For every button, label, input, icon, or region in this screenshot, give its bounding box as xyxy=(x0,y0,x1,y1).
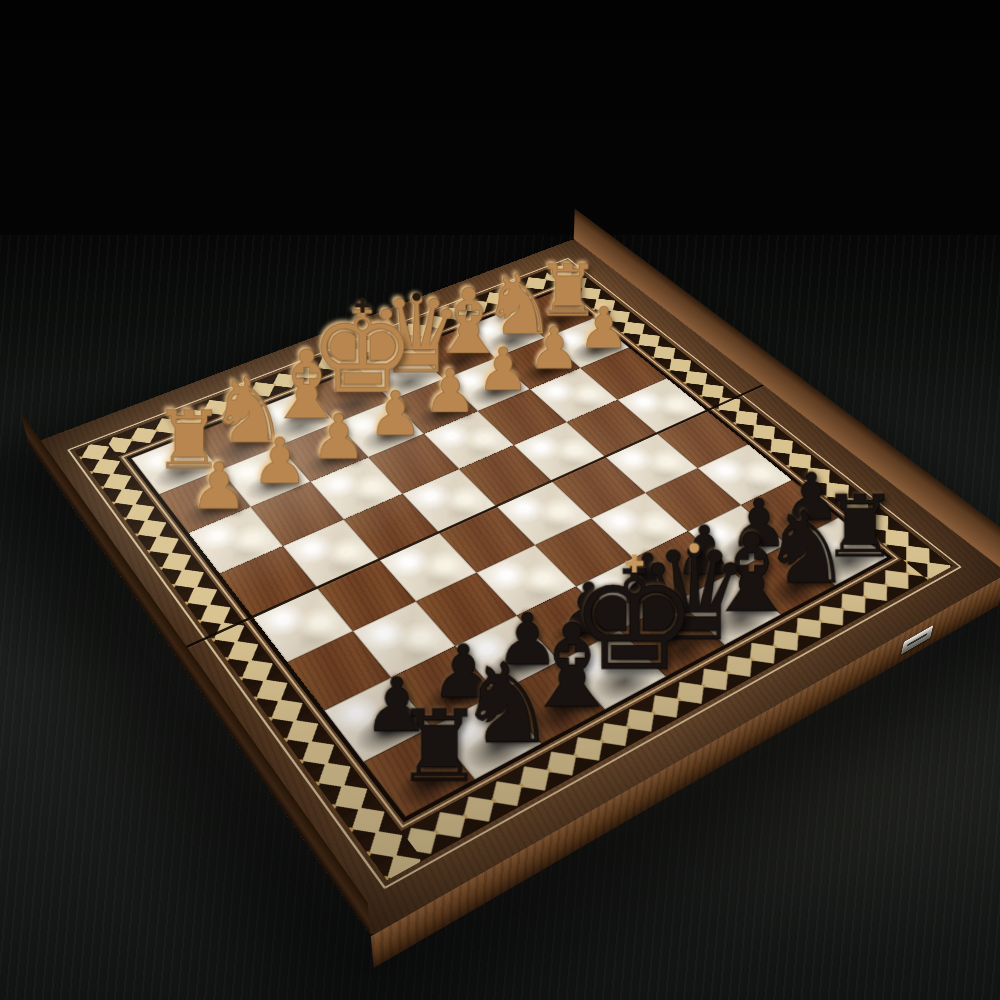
king-finial-cross: ✚ xyxy=(354,296,371,317)
white-pawn[interactable]: ♟ xyxy=(311,406,367,468)
photo-scene: ♜♞♝♚✚♛●♝♞♜♟♟♟♟♟♟♟♟♟♟♟♟♟♟♟♟♜♞♝♚✚♛●♝♞♜ xyxy=(0,0,1000,1000)
black-rook[interactable]: ♜ xyxy=(395,697,484,796)
white-pawn[interactable]: ♟ xyxy=(528,319,580,377)
white-pawn[interactable]: ♟ xyxy=(578,300,629,357)
white-pawn[interactable]: ♟ xyxy=(190,454,248,519)
chess-board-box: ♜♞♝♚✚♛●♝♞♜♟♟♟♟♟♟♟♟♟♟♟♟♟♟♟♟♜♞♝♚✚♛●♝♞♜ xyxy=(29,239,1000,936)
white-pawn[interactable]: ♟ xyxy=(477,340,530,399)
perspective-stage: ♜♞♝♚✚♛●♝♞♜♟♟♟♟♟♟♟♟♟♟♟♟♟♟♟♟♜♞♝♚✚♛●♝♞♜ xyxy=(0,0,1000,1000)
white-pawn[interactable]: ♟ xyxy=(368,383,423,444)
king-finial-cross: ✚ xyxy=(624,552,645,577)
white-pawn[interactable]: ♟ xyxy=(423,361,477,421)
white-pawn[interactable]: ♟ xyxy=(252,430,309,493)
